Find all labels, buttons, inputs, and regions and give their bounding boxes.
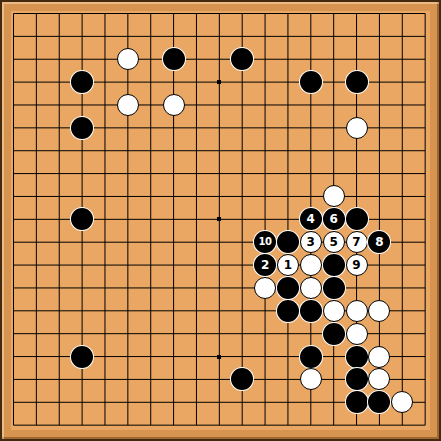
stone-white: [346, 300, 368, 322]
stone-white-move-7: 7: [346, 231, 368, 253]
stone-black-move-2: 2: [254, 254, 276, 276]
go-board-frame: 46103578219: [0, 0, 441, 441]
stone-black: [71, 117, 93, 139]
star-point: [217, 80, 221, 84]
stone-black: [323, 254, 345, 276]
stone-black-move-4: 4: [300, 208, 322, 230]
star-point: [217, 355, 221, 359]
stone-white-move-9: 9: [346, 254, 368, 276]
stone-black: [346, 391, 368, 413]
stone-black: [300, 346, 322, 368]
stone-black: [346, 346, 368, 368]
stone-white-move-1: 1: [277, 254, 299, 276]
stone-black: [300, 300, 322, 322]
stone-black: [163, 48, 185, 70]
stone-white: [300, 277, 322, 299]
stone-black: [346, 71, 368, 93]
stone-white: [368, 346, 390, 368]
stone-black: [277, 277, 299, 299]
stone-black: [277, 300, 299, 322]
stone-white: [117, 94, 139, 116]
stone-black: [323, 277, 345, 299]
stone-black-move-6: 6: [323, 208, 345, 230]
stone-black: [323, 323, 345, 345]
stone-white: [323, 300, 345, 322]
stone-white: [254, 277, 276, 299]
stone-white-move-3: 3: [300, 231, 322, 253]
star-point: [217, 217, 221, 221]
stone-black: [71, 346, 93, 368]
stone-white-move-5: 5: [323, 231, 345, 253]
stone-white: [346, 117, 368, 139]
stone-black: [300, 71, 322, 93]
go-board: 46103578219: [11, 11, 430, 430]
stone-white: [163, 94, 185, 116]
stone-black: [277, 231, 299, 253]
stone-white: [346, 323, 368, 345]
stone-black: [346, 208, 368, 230]
stone-white: [117, 48, 139, 70]
stone-white: [300, 254, 322, 276]
stone-white: [323, 185, 345, 207]
stone-black: [346, 368, 368, 390]
